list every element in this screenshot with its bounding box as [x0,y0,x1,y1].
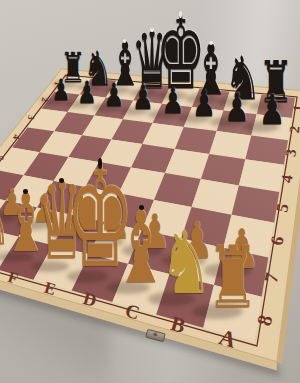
photo-scene: HGFEDCBA1234567812345678 ♜♞♝♛♚♝♞♜♟♟♟♟♟♟♟… [0,0,300,383]
chess-board: HGFEDCBA1234567812345678 [0,0,300,383]
rank-label-left-5: 5 [0,154,6,161]
rank-label-right-2: 2 [286,125,300,134]
rank-label-right-1: 1 [290,104,300,113]
